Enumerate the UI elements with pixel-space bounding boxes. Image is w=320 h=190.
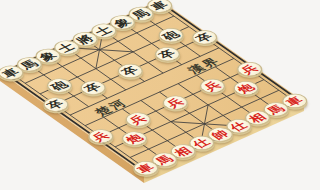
piece-black-砲[interactable]: 砲 xyxy=(153,25,188,45)
piece-red-兵[interactable]: 兵 xyxy=(157,93,192,113)
piece-black-卒[interactable]: 卒 xyxy=(112,61,147,81)
piece-black-砲[interactable]: 砲 xyxy=(41,75,76,95)
piece-black-卒[interactable]: 卒 xyxy=(186,27,221,47)
piece-black-卒[interactable]: 卒 xyxy=(75,78,110,98)
piece-black-卒[interactable]: 卒 xyxy=(149,44,184,64)
xiangqi-board[interactable]: 楚河 漢界 車馬象士將士象馬車砲砲卒卒卒卒卒兵兵兵兵兵炮炮車馬相仕帥仕相馬車 xyxy=(0,0,304,174)
piece-red-兵[interactable]: 兵 xyxy=(194,76,229,96)
piece-red-炮[interactable]: 炮 xyxy=(116,128,151,148)
pieces-layer: 車馬象士將士象馬車砲砲卒卒卒卒卒兵兵兵兵兵炮炮車馬相仕帥仕相馬車 xyxy=(0,0,304,174)
piece-red-兵[interactable]: 兵 xyxy=(231,59,266,79)
scene: 楚河 漢界 車馬象士將士象馬車砲砲卒卒卒卒卒兵兵兵兵兵炮炮車馬相仕帥仕相馬車 xyxy=(0,0,320,190)
piece-red-兵[interactable]: 兵 xyxy=(120,109,155,129)
piece-red-炮[interactable]: 炮 xyxy=(228,78,263,98)
piece-red-兵[interactable]: 兵 xyxy=(82,126,117,146)
piece-black-卒[interactable]: 卒 xyxy=(37,94,72,114)
